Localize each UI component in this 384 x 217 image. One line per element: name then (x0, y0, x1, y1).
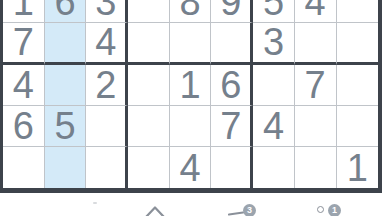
cell-r8-c9[interactable] (337, 106, 379, 147)
hint-bulb-icon (317, 206, 324, 213)
erase-button[interactable] (138, 193, 174, 216)
cell-r7-c6[interactable]: 6 (211, 65, 253, 106)
cell-r7-c1[interactable]: 4 (3, 65, 45, 106)
cell-r5-c7[interactable]: 5 (253, 0, 295, 23)
cell-r8-c7[interactable]: 4 (253, 106, 295, 147)
cell-r9-c7[interactable] (253, 147, 295, 188)
cell-r7-c3[interactable]: 2 (86, 65, 128, 106)
cell-r9-c1[interactable] (3, 147, 45, 188)
cell-r8-c2[interactable]: 5 (45, 106, 87, 147)
cell-r6-c7[interactable]: 3 (253, 23, 295, 64)
cell-r5-c8[interactable]: 4 (295, 0, 337, 23)
cell-r5-c9[interactable] (337, 0, 379, 23)
cell-r5-c6[interactable]: 9 (211, 0, 253, 23)
cell-r5-c4[interactable] (128, 0, 170, 23)
cell-r6-c6[interactable] (211, 23, 253, 64)
cell-r6-c3[interactable]: 4 (86, 23, 128, 64)
cell-r7-c9[interactable] (337, 65, 379, 106)
cell-r9-c4[interactable] (128, 147, 170, 188)
undo-icon (93, 202, 97, 204)
cell-r5-c1[interactable]: 1 (3, 0, 45, 23)
sudoku-board: 163895474342167657441 (0, 0, 382, 193)
cell-r7-c7[interactable] (253, 65, 295, 106)
hint-button[interactable]: 1 (308, 193, 350, 216)
cell-r8-c5[interactable] (170, 106, 212, 147)
cell-r6-c1[interactable]: 7 (3, 23, 45, 64)
cell-r6-c9[interactable] (337, 23, 379, 64)
cell-r7-c8[interactable]: 7 (295, 65, 337, 106)
notes-badge: 3 (243, 204, 256, 217)
cell-r7-c2[interactable] (45, 65, 87, 106)
cell-r5-c5[interactable]: 8 (170, 0, 212, 23)
cell-r9-c8[interactable] (295, 147, 337, 188)
cell-r8-c6[interactable]: 7 (211, 106, 253, 147)
eraser-icon (144, 206, 168, 216)
cell-r9-c2[interactable] (45, 147, 87, 188)
cell-r6-c5[interactable] (170, 23, 212, 64)
notes-button[interactable]: 3 (222, 193, 264, 216)
undo-button[interactable] (40, 193, 70, 216)
cell-r5-c3[interactable]: 3 (86, 0, 128, 23)
cell-r8-c1[interactable]: 6 (3, 106, 45, 147)
bottom-toolbar: 3 1 (0, 193, 384, 216)
cell-r9-c6[interactable] (211, 147, 253, 188)
cell-r8-c4[interactable] (128, 106, 170, 147)
cell-r7-c5[interactable]: 1 (170, 65, 212, 106)
cell-r6-c2[interactable] (45, 23, 87, 64)
cell-r6-c8[interactable] (295, 23, 337, 64)
cell-r9-c3[interactable] (86, 147, 128, 188)
cell-r7-c4[interactable] (128, 65, 170, 106)
hint-badge: 1 (328, 204, 341, 217)
cell-r8-c3[interactable] (86, 106, 128, 147)
cell-r9-c5[interactable]: 4 (170, 147, 212, 188)
cell-r9-c9[interactable]: 1 (337, 147, 379, 188)
cell-r6-c4[interactable] (128, 23, 170, 64)
cell-r8-c8[interactable] (295, 106, 337, 147)
cell-r5-c2[interactable]: 6 (45, 0, 87, 23)
sudoku-app-screen: 163895474342167657441 3 1 (0, 0, 384, 216)
